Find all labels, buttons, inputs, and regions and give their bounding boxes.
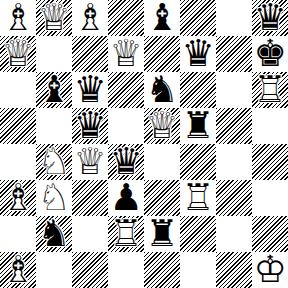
white-rook-backfill: ♜ (180, 179, 216, 215)
chess-board: ♝♗♛♕♝♗♝♝♛♛♛♕♛♕♛♛♚♚♝♝♛♛♞♞♜♖♛♛♛♕♜♜♞♘♛♕♛♛♝♗… (0, 0, 288, 288)
white-knight: ♘ (36, 179, 72, 215)
black-bishop: ♝ (144, 0, 180, 35)
white-bishop-backfill: ♝ (0, 0, 36, 35)
square-h4[interactable] (252, 144, 288, 180)
square-a7[interactable]: ♛♕ (0, 36, 36, 72)
square-b5[interactable] (36, 108, 72, 144)
black-bishop-backfill: ♝ (36, 71, 72, 107)
black-queen: ♛ (72, 107, 108, 143)
white-knight-backfill: ♞ (36, 179, 72, 215)
white-queen-backfill: ♛ (0, 35, 36, 71)
white-bishop: ♗ (0, 251, 36, 287)
white-queen-backfill: ♛ (36, 0, 72, 35)
white-rook: ♖ (180, 179, 216, 215)
black-pawn-backfill: ♟ (108, 179, 144, 215)
square-f2[interactable] (180, 216, 216, 252)
white-king: ♔ (252, 251, 288, 287)
square-b3[interactable]: ♞♘ (36, 180, 72, 216)
square-g8[interactable] (216, 0, 252, 36)
black-queen: ♛ (252, 0, 288, 35)
square-f6[interactable] (180, 72, 216, 108)
black-king: ♚ (252, 35, 288, 71)
square-f4[interactable] (180, 144, 216, 180)
square-h3[interactable] (252, 180, 288, 216)
black-queen-backfill: ♛ (180, 35, 216, 71)
square-e6[interactable]: ♞♞ (144, 72, 180, 108)
square-b6[interactable]: ♝♝ (36, 72, 72, 108)
square-e3[interactable] (144, 180, 180, 216)
square-c8[interactable]: ♝♗ (72, 0, 108, 36)
square-h7[interactable]: ♚♚ (252, 36, 288, 72)
white-knight-backfill: ♞ (36, 143, 72, 179)
square-a6[interactable] (0, 72, 36, 108)
square-e5[interactable]: ♛♕ (144, 108, 180, 144)
white-bishop: ♗ (72, 0, 108, 35)
white-bishop: ♗ (0, 179, 36, 215)
square-g5[interactable] (216, 108, 252, 144)
black-rook-backfill: ♜ (144, 215, 180, 251)
white-knight: ♘ (36, 143, 72, 179)
square-f7[interactable]: ♛♛ (180, 36, 216, 72)
white-queen: ♕ (72, 143, 108, 179)
square-g3[interactable] (216, 180, 252, 216)
black-knight: ♞ (36, 215, 72, 251)
square-c6[interactable]: ♛♛ (72, 72, 108, 108)
white-rook-backfill: ♜ (252, 71, 288, 107)
square-d7[interactable]: ♛♕ (108, 36, 144, 72)
white-queen: ♕ (108, 35, 144, 71)
white-queen: ♕ (36, 0, 72, 35)
square-g1[interactable] (216, 252, 252, 288)
square-f8[interactable] (180, 0, 216, 36)
square-b2[interactable]: ♞♞ (36, 216, 72, 252)
white-bishop-backfill: ♝ (0, 179, 36, 215)
white-bishop-backfill: ♝ (0, 251, 36, 287)
square-c4[interactable]: ♛♕ (72, 144, 108, 180)
square-c3[interactable] (72, 180, 108, 216)
black-bishop: ♝ (36, 71, 72, 107)
square-h1[interactable]: ♚♔ (252, 252, 288, 288)
black-queen-backfill: ♛ (108, 143, 144, 179)
black-rook-backfill: ♜ (180, 107, 216, 143)
white-queen: ♕ (0, 35, 36, 71)
square-g7[interactable] (216, 36, 252, 72)
black-knight: ♞ (144, 71, 180, 107)
white-queen-backfill: ♛ (108, 35, 144, 71)
white-bishop: ♗ (0, 0, 36, 35)
square-a5[interactable] (0, 108, 36, 144)
white-queen-backfill: ♛ (72, 143, 108, 179)
square-a2[interactable] (0, 216, 36, 252)
square-d4[interactable]: ♛♛ (108, 144, 144, 180)
square-g6[interactable] (216, 72, 252, 108)
black-pawn: ♟ (108, 179, 144, 215)
square-d5[interactable] (108, 108, 144, 144)
square-h6[interactable]: ♜♖ (252, 72, 288, 108)
black-queen-backfill: ♛ (252, 0, 288, 35)
square-e2[interactable]: ♜♜ (144, 216, 180, 252)
black-rook: ♜ (180, 107, 216, 143)
square-f1[interactable] (180, 252, 216, 288)
black-knight-backfill: ♞ (36, 215, 72, 251)
square-h2[interactable] (252, 216, 288, 252)
square-c1[interactable] (72, 252, 108, 288)
square-d6[interactable] (108, 72, 144, 108)
square-a4[interactable] (0, 144, 36, 180)
square-e1[interactable] (144, 252, 180, 288)
black-knight-backfill: ♞ (144, 71, 180, 107)
black-bishop-backfill: ♝ (144, 0, 180, 35)
black-queen: ♛ (108, 143, 144, 179)
square-f5[interactable]: ♜♜ (180, 108, 216, 144)
square-a3[interactable]: ♝♗ (0, 180, 36, 216)
square-d3[interactable]: ♟♟ (108, 180, 144, 216)
square-b1[interactable] (36, 252, 72, 288)
white-rook: ♖ (252, 71, 288, 107)
square-h8[interactable]: ♛♛ (252, 0, 288, 36)
square-c7[interactable] (72, 36, 108, 72)
black-queen: ♛ (72, 71, 108, 107)
square-b7[interactable] (36, 36, 72, 72)
white-queen: ♕ (144, 107, 180, 143)
white-bishop-backfill: ♝ (72, 0, 108, 35)
square-h5[interactable] (252, 108, 288, 144)
square-g2[interactable] (216, 216, 252, 252)
square-a8[interactable]: ♝♗ (0, 0, 36, 36)
black-king-backfill: ♚ (252, 35, 288, 71)
square-e7[interactable] (144, 36, 180, 72)
white-rook: ♖ (108, 215, 144, 251)
square-d8[interactable] (108, 0, 144, 36)
square-g4[interactable] (216, 144, 252, 180)
square-c2[interactable] (72, 216, 108, 252)
black-queen-backfill: ♛ (72, 107, 108, 143)
square-d1[interactable] (108, 252, 144, 288)
white-queen-backfill: ♛ (144, 107, 180, 143)
square-a1[interactable]: ♝♗ (0, 252, 36, 288)
black-queen: ♛ (180, 35, 216, 71)
square-d2[interactable]: ♜♖ (108, 216, 144, 252)
square-f3[interactable]: ♜♖ (180, 180, 216, 216)
square-e4[interactable] (144, 144, 180, 180)
black-rook: ♜ (144, 215, 180, 251)
white-king-backfill: ♚ (252, 251, 288, 287)
black-queen-backfill: ♛ (72, 71, 108, 107)
white-rook-backfill: ♜ (108, 215, 144, 251)
square-b8[interactable]: ♛♕ (36, 0, 72, 36)
square-b4[interactable]: ♞♘ (36, 144, 72, 180)
square-e8[interactable]: ♝♝ (144, 0, 180, 36)
square-c5[interactable]: ♛♛ (72, 108, 108, 144)
